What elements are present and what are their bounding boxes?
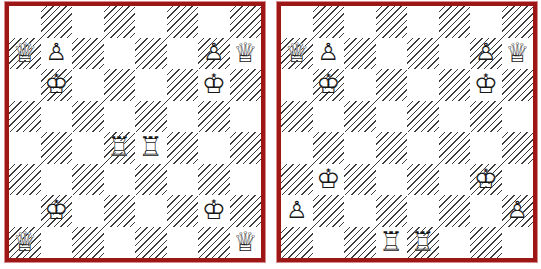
square-c3 [344, 164, 376, 196]
square-f8 [167, 6, 199, 38]
square-b5 [313, 101, 345, 133]
white-rook-icon: ♜♖ [407, 227, 439, 259]
square-a6 [9, 69, 41, 101]
square-g7: ♟♙ [470, 38, 502, 70]
square-a2: ♟♙ [281, 195, 313, 227]
square-d8 [376, 6, 408, 38]
white-king-icon: ♚♔ [41, 195, 73, 227]
square-c4 [344, 132, 376, 164]
square-a2 [9, 195, 41, 227]
square-e2 [135, 195, 167, 227]
square-c7 [72, 38, 104, 70]
square-c4 [72, 132, 104, 164]
square-a4 [281, 132, 313, 164]
square-f4 [167, 132, 199, 164]
square-e8 [407, 6, 439, 38]
square-f5 [439, 101, 471, 133]
square-h1: ♛♕ [230, 227, 262, 259]
square-f7 [167, 38, 199, 70]
square-b4 [313, 132, 345, 164]
square-h2 [230, 195, 262, 227]
square-f3 [167, 164, 199, 196]
square-e6 [135, 69, 167, 101]
square-g3: ♚♔ [470, 164, 502, 196]
square-b1 [313, 227, 345, 259]
white-pawn-icon: ♟♙ [281, 195, 313, 227]
square-g4 [198, 132, 230, 164]
square-e4: ♜♖ [135, 132, 167, 164]
square-e5 [407, 101, 439, 133]
square-b8 [41, 6, 73, 38]
square-d2 [104, 195, 136, 227]
square-g6: ♚♔ [470, 69, 502, 101]
board-left: ♛♕♟♙♟♙♛♕♚♔♚♔♜♖♜♖♚♔♚♔♛♕♛♕ [5, 2, 265, 262]
square-e1 [135, 227, 167, 259]
square-h8 [230, 6, 262, 38]
square-h3 [230, 164, 262, 196]
square-e1: ♜♖ [407, 227, 439, 259]
square-b8 [313, 6, 345, 38]
square-d3 [376, 164, 408, 196]
square-d2 [376, 195, 408, 227]
white-king-icon: ♚♔ [198, 69, 230, 101]
square-c8 [344, 6, 376, 38]
white-pawn-icon: ♟♙ [313, 38, 345, 70]
white-rook-icon: ♜♖ [376, 227, 408, 259]
board-right: ♛♕♟♙♟♙♛♕♚♔♚♔♚♔♚♔♟♙♟♙♜♖♜♖ [277, 2, 537, 262]
white-queen-icon: ♛♕ [230, 38, 262, 70]
white-king-icon: ♚♔ [470, 69, 502, 101]
white-pawn-icon: ♟♙ [502, 195, 534, 227]
square-g2: ♚♔ [198, 195, 230, 227]
square-a4 [9, 132, 41, 164]
square-g7: ♟♙ [198, 38, 230, 70]
square-f5 [167, 101, 199, 133]
square-a8 [281, 6, 313, 38]
square-g8 [470, 6, 502, 38]
square-g6: ♚♔ [198, 69, 230, 101]
square-h5 [230, 101, 262, 133]
square-b2: ♚♔ [41, 195, 73, 227]
square-a7: ♛♕ [9, 38, 41, 70]
square-g4 [470, 132, 502, 164]
square-g2 [470, 195, 502, 227]
square-e3 [407, 164, 439, 196]
square-d3 [104, 164, 136, 196]
white-king-icon: ♚♔ [313, 164, 345, 196]
square-g1 [470, 227, 502, 259]
square-b4 [41, 132, 73, 164]
square-g5 [198, 101, 230, 133]
square-f3 [439, 164, 471, 196]
white-pawn-icon: ♟♙ [198, 38, 230, 70]
white-king-icon: ♚♔ [470, 164, 502, 196]
square-e4 [407, 132, 439, 164]
square-b5 [41, 101, 73, 133]
white-king-icon: ♚♔ [313, 69, 345, 101]
square-c2 [344, 195, 376, 227]
square-b2 [313, 195, 345, 227]
square-h1 [502, 227, 534, 259]
white-queen-icon: ♛♕ [502, 38, 534, 70]
square-h6 [502, 69, 534, 101]
square-a1 [281, 227, 313, 259]
square-g8 [198, 6, 230, 38]
square-b3: ♚♔ [313, 164, 345, 196]
white-king-icon: ♚♔ [41, 69, 73, 101]
square-d7 [104, 38, 136, 70]
square-a6 [281, 69, 313, 101]
square-f1 [439, 227, 471, 259]
square-d6 [376, 69, 408, 101]
square-h5 [502, 101, 534, 133]
white-pawn-icon: ♟♙ [470, 38, 502, 70]
square-c3 [72, 164, 104, 196]
square-h2: ♟♙ [502, 195, 534, 227]
square-c6 [72, 69, 104, 101]
white-rook-icon: ♜♖ [135, 132, 167, 164]
square-a1: ♛♕ [9, 227, 41, 259]
square-a3 [9, 164, 41, 196]
square-a7: ♛♕ [281, 38, 313, 70]
white-queen-icon: ♛♕ [9, 227, 41, 259]
square-b7: ♟♙ [313, 38, 345, 70]
square-f8 [439, 6, 471, 38]
square-c1 [72, 227, 104, 259]
square-e8 [135, 6, 167, 38]
square-g5 [470, 101, 502, 133]
square-h6 [230, 69, 262, 101]
square-a5 [281, 101, 313, 133]
square-d8 [104, 6, 136, 38]
square-a8 [9, 6, 41, 38]
square-d7 [376, 38, 408, 70]
white-queen-icon: ♛♕ [281, 38, 313, 70]
square-d1 [104, 227, 136, 259]
square-h4 [502, 132, 534, 164]
square-e5 [135, 101, 167, 133]
square-b7: ♟♙ [41, 38, 73, 70]
square-f4 [439, 132, 471, 164]
square-d5 [104, 101, 136, 133]
square-c8 [72, 6, 104, 38]
white-rook-icon: ♜♖ [104, 132, 136, 164]
square-e7 [135, 38, 167, 70]
white-queen-icon: ♛♕ [9, 38, 41, 70]
square-d4 [376, 132, 408, 164]
square-h3 [502, 164, 534, 196]
white-queen-icon: ♛♕ [230, 227, 262, 259]
square-e6 [407, 69, 439, 101]
square-c6 [344, 69, 376, 101]
white-king-icon: ♚♔ [198, 195, 230, 227]
square-a5 [9, 101, 41, 133]
square-b6: ♚♔ [313, 69, 345, 101]
square-b3 [41, 164, 73, 196]
square-f7 [439, 38, 471, 70]
square-f6 [167, 69, 199, 101]
square-f2 [439, 195, 471, 227]
square-d6 [104, 69, 136, 101]
square-h7: ♛♕ [502, 38, 534, 70]
square-h4 [230, 132, 262, 164]
square-d5 [376, 101, 408, 133]
square-d1: ♜♖ [376, 227, 408, 259]
square-e2 [407, 195, 439, 227]
square-c2 [72, 195, 104, 227]
square-c5 [72, 101, 104, 133]
chess-diagram-pair: ♛♕♟♙♟♙♛♕♚♔♚♔♜♖♜♖♚♔♚♔♛♕♛♕ ♛♕♟♙♟♙♛♕♚♔♚♔♚♔♚… [0, 0, 541, 269]
square-b6: ♚♔ [41, 69, 73, 101]
square-e3 [135, 164, 167, 196]
square-g1 [198, 227, 230, 259]
square-h8 [502, 6, 534, 38]
square-c7 [344, 38, 376, 70]
square-a3 [281, 164, 313, 196]
square-e7 [407, 38, 439, 70]
square-b1 [41, 227, 73, 259]
square-g3 [198, 164, 230, 196]
square-c5 [344, 101, 376, 133]
square-c1 [344, 227, 376, 259]
square-h7: ♛♕ [230, 38, 262, 70]
square-f2 [167, 195, 199, 227]
square-f1 [167, 227, 199, 259]
square-f6 [439, 69, 471, 101]
white-pawn-icon: ♟♙ [41, 38, 73, 70]
square-d4: ♜♖ [104, 132, 136, 164]
